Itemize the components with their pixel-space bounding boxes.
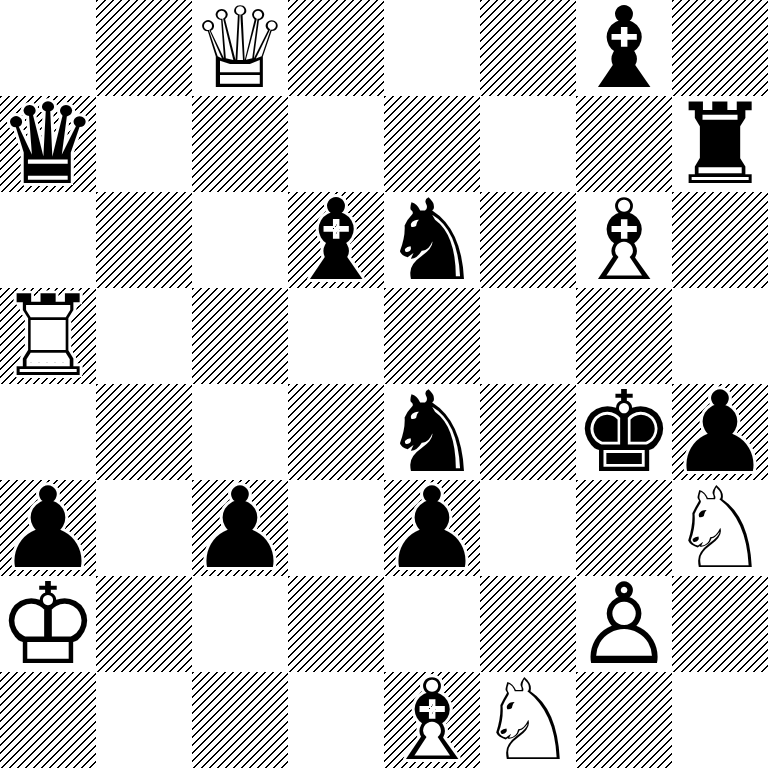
chess-board: ♛♕♝♝♛♛♜♜♝♝♞♞♝♗♜♖♞♞♚♚♟♟♟♟♟♟♟♟♞♘♚♔♟♙♝♗♞♘ <box>0 0 768 768</box>
square-c5[interactable] <box>192 288 288 384</box>
white-king: ♚♔ <box>0 576 96 672</box>
square-a2[interactable]: ♚♔ <box>0 576 96 672</box>
square-c3[interactable]: ♟♟ <box>192 480 288 576</box>
square-f4[interactable] <box>480 384 576 480</box>
piece-glyph: ♚ <box>576 384 672 480</box>
square-g8[interactable]: ♝♝ <box>576 0 672 96</box>
square-e8[interactable] <box>384 0 480 96</box>
square-d2[interactable] <box>288 576 384 672</box>
square-b4[interactable] <box>96 384 192 480</box>
square-b5[interactable] <box>96 288 192 384</box>
white-queen: ♛♕ <box>192 0 288 96</box>
piece-glyph: ♞ <box>384 192 480 288</box>
square-c1[interactable] <box>192 672 288 768</box>
square-b6[interactable] <box>96 192 192 288</box>
square-g2[interactable]: ♟♙ <box>576 576 672 672</box>
black-bishop: ♝♝ <box>576 0 672 96</box>
square-a7[interactable]: ♛♛ <box>0 96 96 192</box>
piece-glyph: ♜ <box>672 96 768 192</box>
square-f1[interactable]: ♞♘ <box>480 672 576 768</box>
square-e1[interactable]: ♝♗ <box>384 672 480 768</box>
piece-glyph: ♘ <box>480 672 576 768</box>
square-c8[interactable]: ♛♕ <box>192 0 288 96</box>
square-d5[interactable] <box>288 288 384 384</box>
white-pawn: ♟♙ <box>576 576 672 672</box>
white-knight: ♞♘ <box>672 480 768 576</box>
square-c2[interactable] <box>192 576 288 672</box>
piece-glyph: ♝ <box>576 0 672 96</box>
piece-glyph: ♗ <box>576 192 672 288</box>
square-d8[interactable] <box>288 0 384 96</box>
square-f8[interactable] <box>480 0 576 96</box>
square-h1[interactable] <box>672 672 768 768</box>
square-e3[interactable]: ♟♟ <box>384 480 480 576</box>
square-c7[interactable] <box>192 96 288 192</box>
square-f6[interactable] <box>480 192 576 288</box>
square-a1[interactable] <box>0 672 96 768</box>
square-d3[interactable] <box>288 480 384 576</box>
white-rook: ♜♖ <box>0 288 96 384</box>
square-d1[interactable] <box>288 672 384 768</box>
square-a5[interactable]: ♜♖ <box>0 288 96 384</box>
white-bishop: ♝♗ <box>384 672 480 768</box>
square-g6[interactable]: ♝♗ <box>576 192 672 288</box>
square-h3[interactable]: ♞♘ <box>672 480 768 576</box>
piece-glyph: ♟ <box>192 480 288 576</box>
square-b2[interactable] <box>96 576 192 672</box>
square-d4[interactable] <box>288 384 384 480</box>
black-pawn: ♟♟ <box>384 480 480 576</box>
piece-glyph: ♛ <box>0 96 96 192</box>
square-b7[interactable] <box>96 96 192 192</box>
black-queen: ♛♛ <box>0 96 96 192</box>
square-f5[interactable] <box>480 288 576 384</box>
piece-glyph: ♘ <box>672 480 768 576</box>
square-c6[interactable] <box>192 192 288 288</box>
square-b8[interactable] <box>96 0 192 96</box>
square-h6[interactable] <box>672 192 768 288</box>
square-d6[interactable]: ♝♝ <box>288 192 384 288</box>
piece-glyph: ♟ <box>384 480 480 576</box>
white-knight: ♞♘ <box>480 672 576 768</box>
piece-glyph: ♙ <box>576 576 672 672</box>
piece-glyph: ♔ <box>0 576 96 672</box>
square-g1[interactable] <box>576 672 672 768</box>
square-f7[interactable] <box>480 96 576 192</box>
piece-glyph: ♗ <box>384 672 480 768</box>
square-e6[interactable]: ♞♞ <box>384 192 480 288</box>
square-b3[interactable] <box>96 480 192 576</box>
square-h7[interactable]: ♜♜ <box>672 96 768 192</box>
black-knight: ♞♞ <box>384 192 480 288</box>
square-b1[interactable] <box>96 672 192 768</box>
piece-glyph: ♕ <box>192 0 288 96</box>
black-pawn: ♟♟ <box>192 480 288 576</box>
square-f3[interactable] <box>480 480 576 576</box>
piece-glyph: ♝ <box>288 192 384 288</box>
black-king: ♚♚ <box>576 384 672 480</box>
black-bishop: ♝♝ <box>288 192 384 288</box>
piece-glyph: ♖ <box>0 288 96 384</box>
square-g4[interactable]: ♚♚ <box>576 384 672 480</box>
white-bishop: ♝♗ <box>576 192 672 288</box>
square-h2[interactable] <box>672 576 768 672</box>
black-rook: ♜♜ <box>672 96 768 192</box>
